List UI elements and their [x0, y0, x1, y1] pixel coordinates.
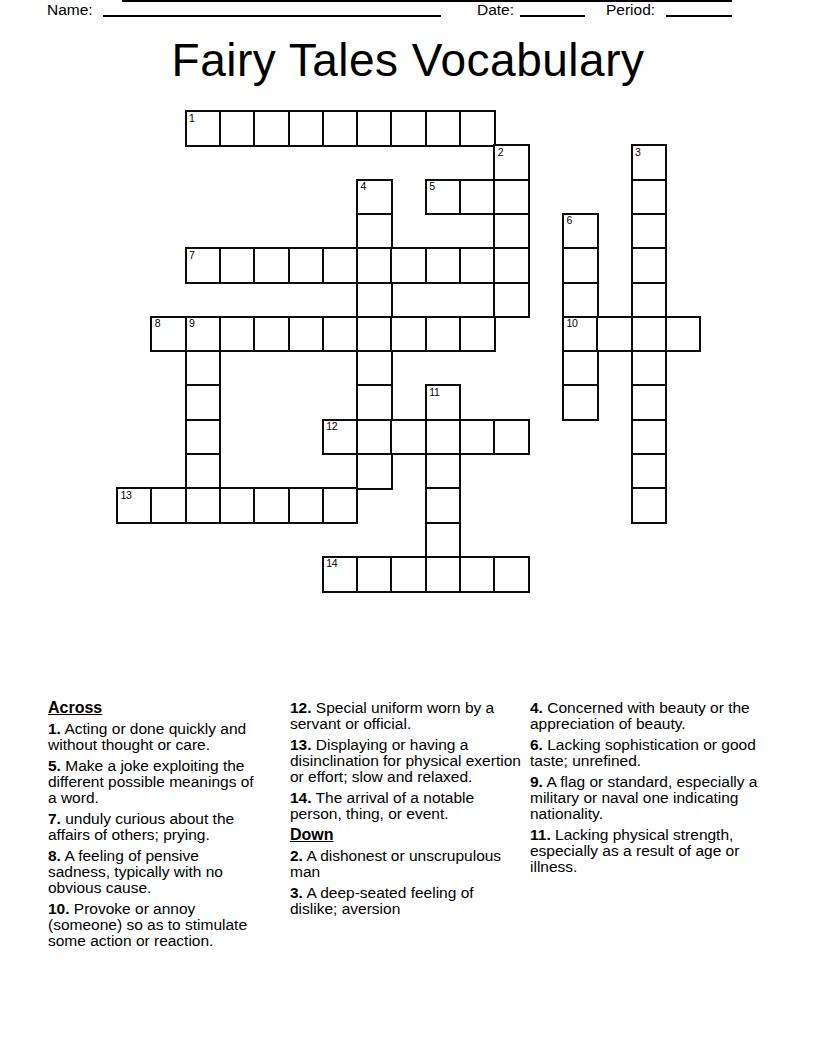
- grid-cell-r13c8[interactable]: [390, 556, 427, 593]
- cell-number-2: 2: [498, 147, 504, 158]
- clue-down-6: 6. Lacking sophistication or good taste;…: [530, 737, 768, 769]
- grid-cell-r11c3[interactable]: [219, 487, 256, 524]
- grid-cell-r8c9[interactable]: 11: [425, 384, 462, 421]
- clue-down-2-number: 2.: [290, 847, 303, 864]
- grid-cell-r10c7[interactable]: [356, 453, 393, 490]
- clue-down-6-text: Lacking sophistication or good taste; un…: [530, 736, 756, 769]
- cell-number-6: 6: [566, 215, 572, 226]
- grid-cell-r2c15[interactable]: [631, 179, 668, 216]
- grid-cell-r9c10[interactable]: [459, 419, 496, 456]
- worksheet-page: { "game": "crossword", "header": { "name…: [0, 0, 816, 1056]
- grid-cell-r2c10[interactable]: [459, 179, 496, 216]
- grid-cell-r9c6[interactable]: 12: [322, 419, 359, 456]
- grid-cell-r10c2[interactable]: [185, 453, 222, 490]
- grid-cell-r3c11[interactable]: [493, 213, 530, 250]
- grid-cell-r9c8[interactable]: [390, 419, 427, 456]
- clue-across-12: 12. Special uniform worn by a servant or…: [290, 700, 522, 732]
- clue-across-5: 5. Make a joke exploiting the different …: [48, 758, 264, 807]
- grid-cell-r4c10[interactable]: [459, 247, 496, 284]
- grid-cell-r13c9[interactable]: [425, 556, 462, 593]
- grid-cell-r6c14[interactable]: [596, 316, 633, 353]
- grid-cell-r1c15[interactable]: 3: [631, 144, 668, 181]
- down-heading: Down: [290, 827, 522, 843]
- grid-cell-r4c13[interactable]: [562, 247, 599, 284]
- grid-cell-r13c11[interactable]: [493, 556, 530, 593]
- grid-cell-r5c15[interactable]: [631, 282, 668, 319]
- grid-cell-r10c9[interactable]: [425, 453, 462, 490]
- clue-across-10-number: 10.: [48, 900, 70, 917]
- grid-cell-r13c7[interactable]: [356, 556, 393, 593]
- grid-cell-r7c2[interactable]: [185, 350, 222, 387]
- clue-across-13: 13. Displaying or having a disinclinatio…: [290, 737, 522, 786]
- clue-down-4-text: Concerned with beauty or the appreciatio…: [530, 699, 750, 732]
- grid-cell-r4c3[interactable]: [219, 247, 256, 284]
- grid-cell-r6c15[interactable]: [631, 316, 668, 353]
- grid-cell-r6c13[interactable]: 10: [562, 316, 599, 353]
- grid-cell-r9c15[interactable]: [631, 419, 668, 456]
- grid-cell-r2c9[interactable]: 5: [425, 179, 462, 216]
- grid-cell-r11c9[interactable]: [425, 487, 462, 524]
- clue-down-11-text: Lacking physical strength, especially as…: [530, 826, 739, 875]
- grid-cell-r0c6[interactable]: [322, 110, 359, 147]
- clue-across-7: 7. unduly curious about the affairs of o…: [48, 811, 264, 843]
- grid-cell-r6c1[interactable]: 8: [150, 316, 187, 353]
- cell-number-4: 4: [361, 181, 367, 192]
- grid-cell-r5c11[interactable]: [493, 282, 530, 319]
- grid-cell-r3c13[interactable]: 6: [562, 213, 599, 250]
- cell-number-8: 8: [155, 318, 161, 329]
- clue-across-7-text: unduly curious about the affairs of othe…: [48, 810, 234, 843]
- clue-down-2-text: A dishonest or unscrupulous man: [290, 847, 501, 880]
- grid-cell-r6c16[interactable]: [665, 316, 702, 353]
- clue-down-2: 2. A dishonest or unscrupulous man: [290, 848, 522, 880]
- grid-cell-r12c9[interactable]: [425, 522, 462, 559]
- clue-down-4-number: 4.: [530, 699, 543, 716]
- clue-down-11: 11. Lacking physical strength, especiall…: [530, 827, 768, 876]
- cell-number-14: 14: [326, 558, 337, 569]
- grid-cell-r6c7[interactable]: [356, 316, 393, 353]
- clue-across-1-number: 1.: [48, 720, 61, 737]
- clue-across-8-text: A feeling of pensive sadness, typically …: [48, 847, 223, 896]
- grid-cell-r5c13[interactable]: [562, 282, 599, 319]
- name-label: Name:: [47, 1, 93, 18]
- clue-down-4: 4. Concerned with beauty or the apprecia…: [530, 700, 768, 732]
- clues-column-2: 12. Special uniform worn by a servant or…: [290, 700, 522, 921]
- clue-down-11-number: 11.: [530, 826, 551, 843]
- across-heading: Across: [48, 700, 264, 716]
- clue-down-9: 9. A flag or standard, especially a mili…: [530, 774, 768, 823]
- page-title: Fairy Tales Vocabulary: [0, 34, 816, 86]
- date-blank-line[interactable]: [520, 15, 585, 17]
- grid-cell-r8c7[interactable]: [356, 384, 393, 421]
- grid-cell-r7c7[interactable]: [356, 350, 393, 387]
- clue-across-5-text: Make a joke exploiting the different pos…: [48, 757, 254, 806]
- grid-cell-r9c11[interactable]: [493, 419, 530, 456]
- cell-number-3: 3: [635, 147, 641, 158]
- grid-cell-r11c0[interactable]: 13: [116, 487, 153, 524]
- grid-cell-r4c8[interactable]: [390, 247, 427, 284]
- grid-cell-r0c5[interactable]: [288, 110, 325, 147]
- clue-down-9-number: 9.: [530, 773, 543, 790]
- cell-number-1: 1: [189, 113, 195, 124]
- name-blank-line[interactable]: [103, 15, 441, 17]
- cell-number-11: 11: [429, 387, 439, 398]
- grid-cell-r11c1[interactable]: [150, 487, 187, 524]
- grid-cell-r9c2[interactable]: [185, 419, 222, 456]
- grid-cell-r3c7[interactable]: [356, 213, 393, 250]
- grid-cell-r0c10[interactable]: [459, 110, 496, 147]
- clue-across-8: 8. A feeling of pensive sadness, typical…: [48, 848, 264, 897]
- clue-across-14-text: The arrival of a notable person, thing, …: [290, 789, 474, 822]
- grid-cell-r6c6[interactable]: [322, 316, 359, 353]
- clue-across-10: 10. Provoke or annoy (someone) so as to …: [48, 901, 264, 950]
- grid-cell-r1c11[interactable]: 2: [493, 144, 530, 181]
- grid-cell-r6c3[interactable]: [219, 316, 256, 353]
- clue-down-3: 3. A deep-seated feeling of dislike; ave…: [290, 885, 522, 917]
- grid-cell-r0c8[interactable]: [390, 110, 427, 147]
- grid-cell-r4c11[interactable]: [493, 247, 530, 284]
- clue-down-9-text: A flag or standard, especially a militar…: [530, 773, 758, 822]
- grid-cell-r4c15[interactable]: [631, 247, 668, 284]
- clue-down-3-text: A deep-seated feeling of dislike; aversi…: [290, 884, 474, 917]
- grid-cell-r6c4[interactable]: [253, 316, 290, 353]
- clue-across-13-number: 13.: [290, 736, 312, 753]
- grid-cell-r0c2[interactable]: 1: [185, 110, 222, 147]
- grid-cell-r8c15[interactable]: [631, 384, 668, 421]
- clue-across-12-text: Special uniform worn by a servant or off…: [290, 699, 494, 732]
- grid-cell-r3c15[interactable]: [631, 213, 668, 250]
- clues-column-3: 4. Concerned with beauty or the apprecia…: [530, 700, 768, 880]
- clue-down-3-number: 3.: [290, 884, 303, 901]
- grid-cell-r11c6[interactable]: [322, 487, 359, 524]
- grid-cell-r13c10[interactable]: [459, 556, 496, 593]
- clue-across-14-number: 14.: [290, 789, 312, 806]
- clue-across-13-text: Displaying or having a disinclination fo…: [290, 736, 521, 785]
- grid-cell-r7c15[interactable]: [631, 350, 668, 387]
- cell-number-13: 13: [121, 490, 132, 501]
- cell-number-5: 5: [429, 181, 435, 192]
- grid-cell-r11c4[interactable]: [253, 487, 290, 524]
- grid-cell-r4c5[interactable]: [288, 247, 325, 284]
- clue-across-1-text: Acting or done quickly and without thoug…: [48, 720, 246, 753]
- clue-across-7-number: 7.: [48, 810, 61, 827]
- cell-number-7: 7: [189, 250, 195, 261]
- grid-cell-r4c4[interactable]: [253, 247, 290, 284]
- clue-across-8-number: 8.: [48, 847, 61, 864]
- grid-cell-r2c11[interactable]: [493, 179, 530, 216]
- cell-number-9: 9: [189, 318, 195, 329]
- grid-cell-r6c5[interactable]: [288, 316, 325, 353]
- grid-cell-r11c5[interactable]: [288, 487, 325, 524]
- cell-number-10: 10: [566, 318, 577, 329]
- grid-cell-r13c6[interactable]: 14: [322, 556, 359, 593]
- grid-cell-r6c8[interactable]: [390, 316, 427, 353]
- date-label: Date:: [477, 1, 514, 18]
- grid-cell-r8c2[interactable]: [185, 384, 222, 421]
- grid-cell-r0c9[interactable]: [425, 110, 462, 147]
- clue-across-5-number: 5.: [48, 757, 61, 774]
- period-blank-line[interactable]: [666, 15, 732, 17]
- grid-cell-r4c6[interactable]: [322, 247, 359, 284]
- grid-cell-r0c4[interactable]: [253, 110, 290, 147]
- grid-cell-r2c7[interactable]: 4: [356, 179, 393, 216]
- clue-across-10-text: Provoke or annoy (someone) so as to stim…: [48, 900, 247, 949]
- clue-across-14: 14. The arrival of a notable person, thi…: [290, 790, 522, 822]
- grid-cell-r6c10[interactable]: [459, 316, 496, 353]
- grid-cell-r4c9[interactable]: [425, 247, 462, 284]
- grid-cell-r0c7[interactable]: [356, 110, 393, 147]
- grid-cell-r10c15[interactable]: [631, 453, 668, 490]
- grid-cell-r7c13[interactable]: [562, 350, 599, 387]
- crossword-grid: 1234567891011121314: [116, 110, 701, 591]
- grid-cell-r9c9[interactable]: [425, 419, 462, 456]
- cell-number-12: 12: [326, 421, 337, 432]
- grid-cell-r11c15[interactable]: [631, 487, 668, 524]
- period-label: Period:: [606, 1, 655, 18]
- clue-down-6-number: 6.: [530, 736, 543, 753]
- grid-cell-r11c2[interactable]: [185, 487, 222, 524]
- grid-cell-r9c7[interactable]: [356, 419, 393, 456]
- grid-cell-r8c13[interactable]: [562, 384, 599, 421]
- grid-cell-r4c7[interactable]: [356, 247, 393, 284]
- grid-cell-r6c9[interactable]: [425, 316, 462, 353]
- grid-cell-r4c2[interactable]: 7: [185, 247, 222, 284]
- clue-across-12-number: 12.: [290, 699, 312, 716]
- grid-cell-r0c3[interactable]: [219, 110, 256, 147]
- grid-cell-r6c2[interactable]: 9: [185, 316, 222, 353]
- clues-column-1: Across1. Acting or done quickly and with…: [48, 700, 264, 954]
- grid-cell-r5c7[interactable]: [356, 282, 393, 319]
- clue-across-1: 1. Acting or done quickly and without th…: [48, 721, 264, 753]
